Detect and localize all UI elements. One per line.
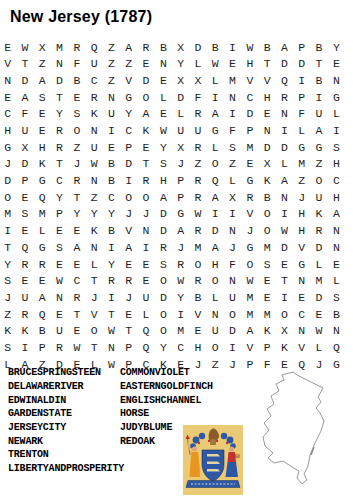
- grid-cell-r15c15[interactable]: W: [241, 273, 258, 290]
- grid-cell-r7c12[interactable]: R: [189, 139, 206, 156]
- grid-cell-r10c8[interactable]: O: [120, 189, 137, 206]
- grid-cell-r13c5[interactable]: A: [68, 239, 85, 256]
- grid-cell-r3c1[interactable]: N: [0, 72, 16, 89]
- grid-cell-r17c15[interactable]: M: [241, 306, 258, 323]
- grid-cell-r11c5[interactable]: Y: [68, 206, 85, 223]
- grid-cell-r16c5[interactable]: R: [68, 289, 85, 306]
- grid-cell-r2c19[interactable]: T: [310, 56, 327, 73]
- grid-cell-r8c11[interactable]: J: [172, 156, 189, 173]
- grid-cell-r7c2[interactable]: X: [16, 139, 33, 156]
- grid-cell-r10c10[interactable]: A: [155, 189, 172, 206]
- grid-cell-r10c7[interactable]: C: [103, 189, 120, 206]
- grid-cell-r17c8[interactable]: E: [120, 306, 137, 323]
- grid-cell-r1c14[interactable]: I: [224, 39, 241, 56]
- grid-cell-r7c8[interactable]: P: [120, 139, 137, 156]
- grid-cell-r17c18[interactable]: C: [293, 306, 310, 323]
- grid-cell-r12c4[interactable]: E: [51, 223, 68, 240]
- grid-cell-r1c11[interactable]: X: [172, 39, 189, 56]
- grid-cell-r15c17[interactable]: T: [276, 273, 293, 290]
- grid-cell-r4c6[interactable]: R: [85, 89, 102, 106]
- grid-cell-r4c15[interactable]: C: [241, 89, 258, 106]
- grid-cell-r8c9[interactable]: T: [137, 156, 154, 173]
- grid-cell-r12c5[interactable]: E: [68, 223, 85, 240]
- grid-cell-r13c16[interactable]: M: [258, 239, 275, 256]
- grid-cell-r19c20[interactable]: Q: [328, 339, 345, 356]
- grid-cell-r19c16[interactable]: P: [258, 339, 275, 356]
- grid-cell-r5c13[interactable]: A: [207, 106, 224, 123]
- grid-cell-r14c19[interactable]: L: [310, 256, 327, 273]
- grid-cell-r9c4[interactable]: C: [51, 173, 68, 190]
- grid-cell-r3c7[interactable]: Z: [103, 72, 120, 89]
- grid-cell-r12c19[interactable]: R: [310, 223, 327, 240]
- grid-cell-r18c13[interactable]: U: [207, 323, 224, 340]
- grid-cell-r18c3[interactable]: B: [34, 323, 51, 340]
- grid-cell-r8c6[interactable]: W: [85, 156, 102, 173]
- grid-cell-r11c9[interactable]: J: [137, 206, 154, 223]
- grid-cell-r19c7[interactable]: N: [103, 339, 120, 356]
- grid-cell-r11c8[interactable]: J: [120, 206, 137, 223]
- grid-cell-r16c7[interactable]: I: [103, 289, 120, 306]
- grid-cell-r3c20[interactable]: N: [328, 72, 345, 89]
- grid-cell-r18c10[interactable]: O: [155, 323, 172, 340]
- grid-cell-r18c4[interactable]: U: [51, 323, 68, 340]
- grid-cell-r17c12[interactable]: V: [189, 306, 206, 323]
- grid-cell-r13c17[interactable]: D: [276, 239, 293, 256]
- grid-cell-r6c17[interactable]: I: [276, 122, 293, 139]
- grid-cell-r11c20[interactable]: A: [328, 206, 345, 223]
- grid-cell-r8c4[interactable]: T: [51, 156, 68, 173]
- grid-cell-r1c3[interactable]: X: [34, 39, 51, 56]
- grid-cell-r8c19[interactable]: Z: [310, 156, 327, 173]
- grid-cell-r10c17[interactable]: N: [276, 189, 293, 206]
- grid-cell-r2c3[interactable]: Z: [34, 56, 51, 73]
- grid-cell-r4c20[interactable]: G: [328, 89, 345, 106]
- grid-cell-r11c14[interactable]: I: [224, 206, 241, 223]
- grid-cell-r15c6[interactable]: T: [85, 273, 102, 290]
- grid-cell-r11c17[interactable]: I: [276, 206, 293, 223]
- grid-cell-r19c10[interactable]: Y: [155, 339, 172, 356]
- grid-cell-r12c14[interactable]: N: [224, 223, 241, 240]
- grid-cell-r18c19[interactable]: W: [310, 323, 327, 340]
- grid-cell-r6c9[interactable]: K: [137, 122, 154, 139]
- grid-cell-r5c7[interactable]: U: [103, 106, 120, 123]
- grid-cell-r2c2[interactable]: T: [16, 56, 33, 73]
- grid-cell-r17c2[interactable]: R: [16, 306, 33, 323]
- grid-cell-r19c13[interactable]: O: [207, 339, 224, 356]
- grid-cell-r17c1[interactable]: Z: [0, 306, 16, 323]
- grid-cell-r19c14[interactable]: I: [224, 339, 241, 356]
- grid-cell-r8c3[interactable]: K: [34, 156, 51, 173]
- grid-cell-r11c7[interactable]: Y: [103, 206, 120, 223]
- grid-cell-r16c18[interactable]: E: [293, 289, 310, 306]
- grid-cell-r13c1[interactable]: T: [0, 239, 16, 256]
- grid-cell-r5c8[interactable]: Y: [120, 106, 137, 123]
- grid-cell-r11c3[interactable]: M: [34, 206, 51, 223]
- grid-cell-r10c12[interactable]: R: [189, 189, 206, 206]
- grid-cell-r5c17[interactable]: N: [276, 106, 293, 123]
- grid-cell-r17c3[interactable]: Q: [34, 306, 51, 323]
- grid-cell-r17c6[interactable]: V: [85, 306, 102, 323]
- grid-cell-r4c10[interactable]: L: [155, 89, 172, 106]
- grid-cell-r9c6[interactable]: N: [85, 173, 102, 190]
- grid-cell-r7c3[interactable]: H: [34, 139, 51, 156]
- grid-cell-r4c7[interactable]: N: [103, 89, 120, 106]
- grid-cell-r7c4[interactable]: R: [51, 139, 68, 156]
- grid-cell-r11c16[interactable]: O: [258, 206, 275, 223]
- grid-cell-r9c17[interactable]: A: [276, 173, 293, 190]
- grid-cell-r17c5[interactable]: T: [68, 306, 85, 323]
- grid-cell-r7c14[interactable]: S: [224, 139, 241, 156]
- grid-cell-r14c3[interactable]: R: [34, 256, 51, 273]
- grid-cell-r19c19[interactable]: L: [310, 339, 327, 356]
- grid-cell-r18c8[interactable]: T: [120, 323, 137, 340]
- grid-cell-r19c2[interactable]: I: [16, 339, 33, 356]
- grid-cell-r3c15[interactable]: V: [241, 72, 258, 89]
- grid-cell-r8c7[interactable]: B: [103, 156, 120, 173]
- grid-cell-r12c6[interactable]: K: [85, 223, 102, 240]
- grid-cell-r7c15[interactable]: M: [241, 139, 258, 156]
- grid-cell-r1c16[interactable]: B: [258, 39, 275, 56]
- grid-cell-r6c16[interactable]: N: [258, 122, 275, 139]
- grid-cell-r7c19[interactable]: G: [310, 139, 327, 156]
- grid-cell-r14c5[interactable]: E: [68, 256, 85, 273]
- grid-cell-r4c12[interactable]: F: [189, 89, 206, 106]
- grid-cell-r8c1[interactable]: J: [0, 156, 16, 173]
- grid-cell-r10c4[interactable]: Y: [51, 189, 68, 206]
- grid-cell-r5c3[interactable]: E: [34, 106, 51, 123]
- grid-cell-r12c11[interactable]: A: [172, 223, 189, 240]
- grid-cell-r18c14[interactable]: D: [224, 323, 241, 340]
- grid-cell-r19c4[interactable]: R: [51, 339, 68, 356]
- grid-cell-r14c8[interactable]: E: [120, 256, 137, 273]
- grid-cell-r17c16[interactable]: M: [258, 306, 275, 323]
- grid-cell-r17c19[interactable]: E: [310, 306, 327, 323]
- grid-cell-r18c11[interactable]: M: [172, 323, 189, 340]
- grid-cell-r1c7[interactable]: Z: [103, 39, 120, 56]
- grid-cell-r10c2[interactable]: E: [16, 189, 33, 206]
- grid-cell-r9c13[interactable]: Q: [207, 173, 224, 190]
- grid-cell-r13c3[interactable]: G: [34, 239, 51, 256]
- grid-cell-r1c13[interactable]: B: [207, 39, 224, 56]
- grid-cell-r3c5[interactable]: B: [68, 72, 85, 89]
- grid-cell-r13c11[interactable]: J: [172, 239, 189, 256]
- grid-cell-r3c3[interactable]: A: [34, 72, 51, 89]
- grid-cell-r13c12[interactable]: M: [189, 239, 206, 256]
- grid-cell-r6c3[interactable]: E: [34, 122, 51, 139]
- grid-cell-r7c13[interactable]: L: [207, 139, 224, 156]
- grid-cell-r11c18[interactable]: H: [293, 206, 310, 223]
- grid-cell-r12c16[interactable]: O: [258, 223, 275, 240]
- grid-cell-r6c14[interactable]: F: [224, 122, 241, 139]
- grid-cell-r8c17[interactable]: L: [276, 156, 293, 173]
- grid-cell-r11c15[interactable]: V: [241, 206, 258, 223]
- grid-cell-r14c11[interactable]: R: [172, 256, 189, 273]
- grid-cell-r17c14[interactable]: O: [224, 306, 241, 323]
- grid-cell-r13c6[interactable]: N: [85, 239, 102, 256]
- grid-cell-r6c12[interactable]: U: [189, 122, 206, 139]
- grid-cell-r2c8[interactable]: Z: [120, 56, 137, 73]
- grid-cell-r8c13[interactable]: O: [207, 156, 224, 173]
- grid-cell-r8c14[interactable]: Z: [224, 156, 241, 173]
- grid-cell-r1c8[interactable]: A: [120, 39, 137, 56]
- grid-cell-r14c1[interactable]: Y: [0, 256, 16, 273]
- grid-cell-r7c10[interactable]: Y: [155, 139, 172, 156]
- grid-cell-r16c13[interactable]: L: [207, 289, 224, 306]
- grid-cell-r1c18[interactable]: P: [293, 39, 310, 56]
- grid-cell-r2c9[interactable]: E: [137, 56, 154, 73]
- grid-cell-r16c10[interactable]: D: [155, 289, 172, 306]
- grid-cell-r10c15[interactable]: R: [241, 189, 258, 206]
- grid-cell-r7c18[interactable]: G: [293, 139, 310, 156]
- grid-cell-r2c12[interactable]: L: [189, 56, 206, 73]
- grid-cell-r12c3[interactable]: L: [34, 223, 51, 240]
- grid-cell-r5c10[interactable]: E: [155, 106, 172, 123]
- grid-cell-r12c13[interactable]: D: [207, 223, 224, 240]
- grid-cell-r2c4[interactable]: N: [51, 56, 68, 73]
- grid-cell-r9c1[interactable]: D: [0, 173, 16, 190]
- grid-cell-r16c9[interactable]: U: [137, 289, 154, 306]
- grid-cell-r13c20[interactable]: N: [328, 239, 345, 256]
- grid-cell-r9c14[interactable]: L: [224, 173, 241, 190]
- grid-cell-r13c19[interactable]: D: [310, 239, 327, 256]
- grid-cell-r5c2[interactable]: F: [16, 106, 33, 123]
- grid-cell-r1c12[interactable]: D: [189, 39, 206, 56]
- grid-cell-r4c14[interactable]: N: [224, 89, 241, 106]
- grid-cell-r9c2[interactable]: P: [16, 173, 33, 190]
- grid-cell-r13c15[interactable]: G: [241, 239, 258, 256]
- grid-cell-r12c1[interactable]: I: [0, 223, 16, 240]
- grid-cell-r15c14[interactable]: N: [224, 273, 241, 290]
- grid-cell-r5c4[interactable]: Y: [51, 106, 68, 123]
- grid-cell-r3c4[interactable]: D: [51, 72, 68, 89]
- grid-cell-r10c3[interactable]: Q: [34, 189, 51, 206]
- grid-cell-r6c1[interactable]: H: [0, 122, 16, 139]
- grid-cell-r12c10[interactable]: D: [155, 223, 172, 240]
- grid-cell-r19c6[interactable]: T: [85, 339, 102, 356]
- grid-cell-r11c12[interactable]: W: [189, 206, 206, 223]
- grid-cell-r7c6[interactable]: U: [85, 139, 102, 156]
- grid-cell-r15c4[interactable]: W: [51, 273, 68, 290]
- grid-cell-r5c5[interactable]: S: [68, 106, 85, 123]
- grid-cell-r7c11[interactable]: X: [172, 139, 189, 156]
- grid-cell-r4c16[interactable]: H: [258, 89, 275, 106]
- grid-cell-r7c17[interactable]: D: [276, 139, 293, 156]
- grid-cell-r16c11[interactable]: Y: [172, 289, 189, 306]
- grid-cell-r11c13[interactable]: I: [207, 206, 224, 223]
- grid-cell-r12c7[interactable]: B: [103, 223, 120, 240]
- grid-cell-r18c16[interactable]: K: [258, 323, 275, 340]
- grid-cell-r16c8[interactable]: J: [120, 289, 137, 306]
- grid-cell-r9c9[interactable]: R: [137, 173, 154, 190]
- grid-cell-r5c18[interactable]: F: [293, 106, 310, 123]
- grid-cell-r4c3[interactable]: S: [34, 89, 51, 106]
- grid-cell-r10c9[interactable]: O: [137, 189, 154, 206]
- grid-cell-r18c7[interactable]: W: [103, 323, 120, 340]
- grid-cell-r16c20[interactable]: S: [328, 289, 345, 306]
- grid-cell-r14c15[interactable]: O: [241, 256, 258, 273]
- grid-cell-r13c8[interactable]: A: [120, 239, 137, 256]
- grid-cell-r2c20[interactable]: E: [328, 56, 345, 73]
- grid-cell-r10c1[interactable]: O: [0, 189, 16, 206]
- grid-cell-r6c18[interactable]: L: [293, 122, 310, 139]
- grid-cell-r4c18[interactable]: P: [293, 89, 310, 106]
- grid-cell-r14c12[interactable]: O: [189, 256, 206, 273]
- grid-cell-r18c17[interactable]: X: [276, 323, 293, 340]
- grid-cell-r8c5[interactable]: J: [68, 156, 85, 173]
- grid-cell-r19c11[interactable]: C: [172, 339, 189, 356]
- grid-cell-r4c5[interactable]: E: [68, 89, 85, 106]
- grid-cell-r6c19[interactable]: A: [310, 122, 327, 139]
- grid-cell-r16c14[interactable]: U: [224, 289, 241, 306]
- grid-cell-r18c12[interactable]: E: [189, 323, 206, 340]
- grid-cell-r9c11[interactable]: P: [172, 173, 189, 190]
- grid-cell-r10c16[interactable]: B: [258, 189, 275, 206]
- grid-cell-r14c13[interactable]: H: [207, 256, 224, 273]
- grid-cell-r13c2[interactable]: Q: [16, 239, 33, 256]
- grid-cell-r5c9[interactable]: A: [137, 106, 154, 123]
- grid-cell-r14c20[interactable]: E: [328, 256, 345, 273]
- grid-cell-r11c4[interactable]: P: [51, 206, 68, 223]
- grid-cell-r7c20[interactable]: S: [328, 139, 345, 156]
- grid-cell-r3c11[interactable]: X: [172, 72, 189, 89]
- grid-cell-r19c17[interactable]: K: [276, 339, 293, 356]
- grid-cell-r15c8[interactable]: R: [120, 273, 137, 290]
- grid-cell-r5c6[interactable]: K: [85, 106, 102, 123]
- grid-cell-r12c12[interactable]: R: [189, 223, 206, 240]
- grid-cell-r13c14[interactable]: J: [224, 239, 241, 256]
- grid-cell-r3c10[interactable]: E: [155, 72, 172, 89]
- grid-cell-r1c9[interactable]: R: [137, 39, 154, 56]
- grid-cell-r16c17[interactable]: I: [276, 289, 293, 306]
- grid-cell-r6c20[interactable]: I: [328, 122, 345, 139]
- grid-cell-r14c16[interactable]: S: [258, 256, 275, 273]
- grid-cell-r14c17[interactable]: E: [276, 256, 293, 273]
- grid-cell-r10c5[interactable]: T: [68, 189, 85, 206]
- grid-cell-r5c14[interactable]: I: [224, 106, 241, 123]
- grid-cell-r4c8[interactable]: G: [120, 89, 137, 106]
- grid-cell-r9c18[interactable]: Z: [293, 173, 310, 190]
- grid-cell-r17c4[interactable]: E: [51, 306, 68, 323]
- grid-cell-r12c15[interactable]: J: [241, 223, 258, 240]
- grid-cell-r11c1[interactable]: M: [0, 206, 16, 223]
- grid-cell-r4c13[interactable]: I: [207, 89, 224, 106]
- grid-cell-r11c10[interactable]: D: [155, 206, 172, 223]
- grid-cell-r9c19[interactable]: O: [310, 173, 327, 190]
- grid-cell-r5c12[interactable]: R: [189, 106, 206, 123]
- grid-cell-r14c4[interactable]: E: [51, 256, 68, 273]
- grid-cell-r18c9[interactable]: Q: [137, 323, 154, 340]
- grid-cell-r2c11[interactable]: Y: [172, 56, 189, 73]
- grid-cell-r14c6[interactable]: L: [85, 256, 102, 273]
- grid-cell-r8c8[interactable]: D: [120, 156, 137, 173]
- grid-cell-r1c4[interactable]: M: [51, 39, 68, 56]
- grid-cell-r2c5[interactable]: F: [68, 56, 85, 73]
- grid-cell-r19c12[interactable]: H: [189, 339, 206, 356]
- grid-cell-r6c15[interactable]: P: [241, 122, 258, 139]
- grid-cell-r13c7[interactable]: I: [103, 239, 120, 256]
- grid-cell-r8c20[interactable]: H: [328, 156, 345, 173]
- grid-cell-r17c7[interactable]: T: [103, 306, 120, 323]
- grid-cell-r9c15[interactable]: G: [241, 173, 258, 190]
- grid-cell-r16c2[interactable]: U: [16, 289, 33, 306]
- grid-cell-r5c1[interactable]: C: [0, 106, 16, 123]
- grid-cell-r10c19[interactable]: U: [310, 189, 327, 206]
- grid-cell-r4c9[interactable]: O: [137, 89, 154, 106]
- grid-cell-r3c19[interactable]: B: [310, 72, 327, 89]
- grid-cell-r1c19[interactable]: B: [310, 39, 327, 56]
- grid-cell-r8c12[interactable]: Z: [189, 156, 206, 173]
- grid-cell-r3c14[interactable]: M: [224, 72, 241, 89]
- grid-cell-r16c19[interactable]: D: [310, 289, 327, 306]
- grid-cell-r6c7[interactable]: I: [103, 122, 120, 139]
- grid-cell-r18c20[interactable]: N: [328, 323, 345, 340]
- grid-cell-r14c14[interactable]: F: [224, 256, 241, 273]
- grid-cell-r15c20[interactable]: L: [328, 273, 345, 290]
- grid-cell-r9c20[interactable]: C: [328, 173, 345, 190]
- grid-cell-r8c10[interactable]: S: [155, 156, 172, 173]
- grid-cell-r13c10[interactable]: R: [155, 239, 172, 256]
- grid-cell-r12c17[interactable]: W: [276, 223, 293, 240]
- grid-cell-r14c2[interactable]: R: [16, 256, 33, 273]
- grid-cell-r3c8[interactable]: V: [120, 72, 137, 89]
- grid-cell-r19c5[interactable]: W: [68, 339, 85, 356]
- grid-cell-r15c3[interactable]: E: [34, 273, 51, 290]
- grid-cell-r18c15[interactable]: A: [241, 323, 258, 340]
- grid-cell-r7c5[interactable]: Z: [68, 139, 85, 156]
- grid-cell-r3c17[interactable]: Q: [276, 72, 293, 89]
- grid-cell-r18c5[interactable]: E: [68, 323, 85, 340]
- grid-cell-r1c1[interactable]: E: [0, 39, 16, 56]
- grid-cell-r15c11[interactable]: W: [172, 273, 189, 290]
- grid-cell-r18c6[interactable]: O: [85, 323, 102, 340]
- grid-cell-r4c1[interactable]: E: [0, 89, 16, 106]
- grid-cell-r2c6[interactable]: U: [85, 56, 102, 73]
- grid-cell-r11c6[interactable]: Y: [85, 206, 102, 223]
- grid-cell-r16c15[interactable]: M: [241, 289, 258, 306]
- grid-cell-r10c14[interactable]: X: [224, 189, 241, 206]
- grid-cell-r9c10[interactable]: H: [155, 173, 172, 190]
- grid-cell-r15c19[interactable]: M: [310, 273, 327, 290]
- grid-cell-r5c15[interactable]: D: [241, 106, 258, 123]
- grid-cell-r6c11[interactable]: U: [172, 122, 189, 139]
- grid-cell-r15c16[interactable]: E: [258, 273, 275, 290]
- grid-cell-r16c1[interactable]: J: [0, 289, 16, 306]
- grid-cell-r2c7[interactable]: Z: [103, 56, 120, 73]
- grid-cell-r9c8[interactable]: I: [120, 173, 137, 190]
- grid-cell-r17c17[interactable]: O: [276, 306, 293, 323]
- grid-cell-r16c3[interactable]: A: [34, 289, 51, 306]
- grid-cell-r7c7[interactable]: E: [103, 139, 120, 156]
- grid-cell-r10c6[interactable]: Z: [85, 189, 102, 206]
- grid-cell-r15c18[interactable]: N: [293, 273, 310, 290]
- grid-cell-r12c20[interactable]: N: [328, 223, 345, 240]
- grid-cell-r4c11[interactable]: D: [172, 89, 189, 106]
- grid-cell-r15c5[interactable]: C: [68, 273, 85, 290]
- grid-cell-r1c2[interactable]: W: [16, 39, 33, 56]
- grid-cell-r2c10[interactable]: N: [155, 56, 172, 73]
- grid-cell-r17c20[interactable]: B: [328, 306, 345, 323]
- grid-cell-r6c6[interactable]: N: [85, 122, 102, 139]
- grid-cell-r12c2[interactable]: E: [16, 223, 33, 240]
- grid-cell-r3c9[interactable]: D: [137, 72, 154, 89]
- grid-cell-r17c9[interactable]: L: [137, 306, 154, 323]
- grid-cell-r11c19[interactable]: K: [310, 206, 327, 223]
- grid-cell-r1c5[interactable]: R: [68, 39, 85, 56]
- grid-cell-r14c10[interactable]: S: [155, 256, 172, 273]
- grid-cell-r15c10[interactable]: O: [155, 273, 172, 290]
- grid-cell-r6c13[interactable]: G: [207, 122, 224, 139]
- grid-cell-r7c9[interactable]: E: [137, 139, 154, 156]
